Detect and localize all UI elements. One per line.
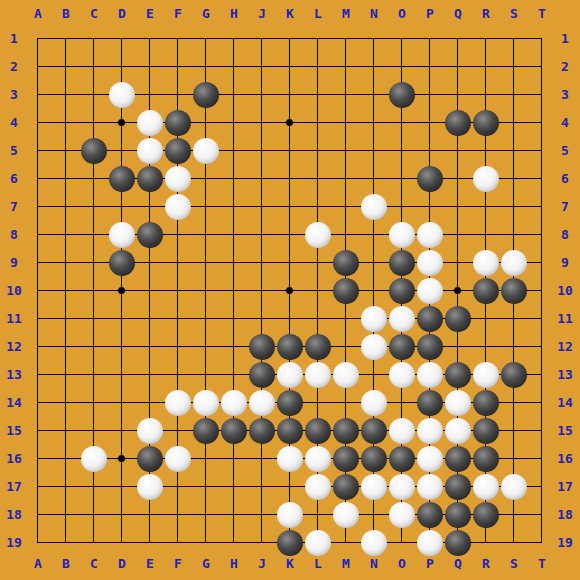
intersection-C5[interactable] bbox=[80, 137, 108, 165]
intersection-B13[interactable] bbox=[52, 361, 80, 389]
intersection-K14[interactable] bbox=[276, 389, 304, 417]
intersection-C16[interactable] bbox=[80, 445, 108, 473]
intersection-N7[interactable] bbox=[360, 193, 388, 221]
intersection-C6[interactable] bbox=[80, 165, 108, 193]
intersection-R9[interactable] bbox=[472, 249, 500, 277]
intersection-D15[interactable] bbox=[108, 417, 136, 445]
intersection-L7[interactable] bbox=[304, 193, 332, 221]
intersection-M3[interactable] bbox=[332, 81, 360, 109]
intersection-B10[interactable] bbox=[52, 277, 80, 305]
intersection-C11[interactable] bbox=[80, 305, 108, 333]
intersection-N8[interactable] bbox=[360, 221, 388, 249]
intersection-A14[interactable] bbox=[24, 389, 52, 417]
intersection-M15[interactable] bbox=[332, 417, 360, 445]
intersection-C8[interactable] bbox=[80, 221, 108, 249]
intersection-M14[interactable] bbox=[332, 389, 360, 417]
intersection-G7[interactable] bbox=[192, 193, 220, 221]
intersection-B1[interactable] bbox=[52, 25, 80, 53]
intersection-L2[interactable] bbox=[304, 53, 332, 81]
intersection-L14[interactable] bbox=[304, 389, 332, 417]
intersection-P10[interactable] bbox=[416, 277, 444, 305]
intersection-Q13[interactable] bbox=[444, 361, 472, 389]
intersection-Q11[interactable] bbox=[444, 305, 472, 333]
intersection-A2[interactable] bbox=[24, 53, 52, 81]
intersection-K15[interactable] bbox=[276, 417, 304, 445]
intersection-T2[interactable] bbox=[528, 53, 556, 81]
intersection-L15[interactable] bbox=[304, 417, 332, 445]
intersection-D18[interactable] bbox=[108, 501, 136, 529]
intersection-E5[interactable] bbox=[136, 137, 164, 165]
intersection-S15[interactable] bbox=[500, 417, 528, 445]
intersection-J14[interactable] bbox=[248, 389, 276, 417]
intersection-N11[interactable] bbox=[360, 305, 388, 333]
intersection-C7[interactable] bbox=[80, 193, 108, 221]
intersection-L1[interactable] bbox=[304, 25, 332, 53]
intersection-E17[interactable] bbox=[136, 473, 164, 501]
intersection-T13[interactable] bbox=[528, 361, 556, 389]
intersection-F15[interactable] bbox=[164, 417, 192, 445]
intersection-B2[interactable] bbox=[52, 53, 80, 81]
intersection-O9[interactable] bbox=[388, 249, 416, 277]
intersection-N12[interactable] bbox=[360, 333, 388, 361]
intersection-A1[interactable] bbox=[24, 25, 52, 53]
intersection-L4[interactable] bbox=[304, 109, 332, 137]
intersection-F12[interactable] bbox=[164, 333, 192, 361]
intersection-M6[interactable] bbox=[332, 165, 360, 193]
intersection-L10[interactable] bbox=[304, 277, 332, 305]
intersection-G3[interactable] bbox=[192, 81, 220, 109]
intersection-N10[interactable] bbox=[360, 277, 388, 305]
intersection-A6[interactable] bbox=[24, 165, 52, 193]
intersection-G18[interactable] bbox=[192, 501, 220, 529]
intersection-L16[interactable] bbox=[304, 445, 332, 473]
intersection-P12[interactable] bbox=[416, 333, 444, 361]
intersection-H7[interactable] bbox=[220, 193, 248, 221]
intersection-C3[interactable] bbox=[80, 81, 108, 109]
intersection-D12[interactable] bbox=[108, 333, 136, 361]
intersection-R4[interactable] bbox=[472, 109, 500, 137]
intersection-O17[interactable] bbox=[388, 473, 416, 501]
intersection-J7[interactable] bbox=[248, 193, 276, 221]
intersection-M5[interactable] bbox=[332, 137, 360, 165]
intersection-D3[interactable] bbox=[108, 81, 136, 109]
intersection-H11[interactable] bbox=[220, 305, 248, 333]
intersection-Q8[interactable] bbox=[444, 221, 472, 249]
intersection-R14[interactable] bbox=[472, 389, 500, 417]
intersection-P7[interactable] bbox=[416, 193, 444, 221]
intersection-T4[interactable] bbox=[528, 109, 556, 137]
intersection-E16[interactable] bbox=[136, 445, 164, 473]
intersection-G13[interactable] bbox=[192, 361, 220, 389]
intersection-B6[interactable] bbox=[52, 165, 80, 193]
intersection-A11[interactable] bbox=[24, 305, 52, 333]
intersection-D7[interactable] bbox=[108, 193, 136, 221]
intersection-C9[interactable] bbox=[80, 249, 108, 277]
intersection-E1[interactable] bbox=[136, 25, 164, 53]
intersection-O18[interactable] bbox=[388, 501, 416, 529]
intersection-A17[interactable] bbox=[24, 473, 52, 501]
intersection-T14[interactable] bbox=[528, 389, 556, 417]
intersection-O4[interactable] bbox=[388, 109, 416, 137]
intersection-R5[interactable] bbox=[472, 137, 500, 165]
intersection-H18[interactable] bbox=[220, 501, 248, 529]
intersection-A18[interactable] bbox=[24, 501, 52, 529]
intersection-K7[interactable] bbox=[276, 193, 304, 221]
intersection-O11[interactable] bbox=[388, 305, 416, 333]
intersection-F16[interactable] bbox=[164, 445, 192, 473]
intersection-A9[interactable] bbox=[24, 249, 52, 277]
intersection-L9[interactable] bbox=[304, 249, 332, 277]
intersection-M7[interactable] bbox=[332, 193, 360, 221]
intersection-F3[interactable] bbox=[164, 81, 192, 109]
intersection-H6[interactable] bbox=[220, 165, 248, 193]
intersection-A10[interactable] bbox=[24, 277, 52, 305]
intersection-O8[interactable] bbox=[388, 221, 416, 249]
intersection-Q1[interactable] bbox=[444, 25, 472, 53]
intersection-H8[interactable] bbox=[220, 221, 248, 249]
intersection-E8[interactable] bbox=[136, 221, 164, 249]
intersection-J6[interactable] bbox=[248, 165, 276, 193]
intersection-R3[interactable] bbox=[472, 81, 500, 109]
intersection-L8[interactable] bbox=[304, 221, 332, 249]
intersection-R6[interactable] bbox=[472, 165, 500, 193]
intersection-E15[interactable] bbox=[136, 417, 164, 445]
intersection-G15[interactable] bbox=[192, 417, 220, 445]
intersection-T10[interactable] bbox=[528, 277, 556, 305]
intersection-Q17[interactable] bbox=[444, 473, 472, 501]
intersection-L17[interactable] bbox=[304, 473, 332, 501]
intersection-S7[interactable] bbox=[500, 193, 528, 221]
intersection-M11[interactable] bbox=[332, 305, 360, 333]
intersection-E9[interactable] bbox=[136, 249, 164, 277]
intersection-S11[interactable] bbox=[500, 305, 528, 333]
intersection-T11[interactable] bbox=[528, 305, 556, 333]
intersection-J18[interactable] bbox=[248, 501, 276, 529]
intersection-S3[interactable] bbox=[500, 81, 528, 109]
intersection-K8[interactable] bbox=[276, 221, 304, 249]
intersection-F8[interactable] bbox=[164, 221, 192, 249]
intersection-D4[interactable] bbox=[108, 109, 136, 137]
intersection-R12[interactable] bbox=[472, 333, 500, 361]
intersection-N2[interactable] bbox=[360, 53, 388, 81]
intersection-G12[interactable] bbox=[192, 333, 220, 361]
intersection-S9[interactable] bbox=[500, 249, 528, 277]
intersection-J12[interactable] bbox=[248, 333, 276, 361]
intersection-H4[interactable] bbox=[220, 109, 248, 137]
intersection-L13[interactable] bbox=[304, 361, 332, 389]
intersection-F5[interactable] bbox=[164, 137, 192, 165]
intersection-O14[interactable] bbox=[388, 389, 416, 417]
intersection-C1[interactable] bbox=[80, 25, 108, 53]
intersection-M8[interactable] bbox=[332, 221, 360, 249]
intersection-Q16[interactable] bbox=[444, 445, 472, 473]
intersection-R13[interactable] bbox=[472, 361, 500, 389]
intersection-D9[interactable] bbox=[108, 249, 136, 277]
intersection-B8[interactable] bbox=[52, 221, 80, 249]
intersection-R2[interactable] bbox=[472, 53, 500, 81]
intersection-Q5[interactable] bbox=[444, 137, 472, 165]
intersection-J4[interactable] bbox=[248, 109, 276, 137]
intersection-C12[interactable] bbox=[80, 333, 108, 361]
intersection-F10[interactable] bbox=[164, 277, 192, 305]
intersection-F9[interactable] bbox=[164, 249, 192, 277]
intersection-H1[interactable] bbox=[220, 25, 248, 53]
intersection-Q3[interactable] bbox=[444, 81, 472, 109]
intersection-J9[interactable] bbox=[248, 249, 276, 277]
intersection-E2[interactable] bbox=[136, 53, 164, 81]
intersection-N14[interactable] bbox=[360, 389, 388, 417]
intersection-A16[interactable] bbox=[24, 445, 52, 473]
intersection-E3[interactable] bbox=[136, 81, 164, 109]
intersection-B12[interactable] bbox=[52, 333, 80, 361]
intersection-G1[interactable] bbox=[192, 25, 220, 53]
intersection-S17[interactable] bbox=[500, 473, 528, 501]
intersection-S5[interactable] bbox=[500, 137, 528, 165]
intersection-R18[interactable] bbox=[472, 501, 500, 529]
intersection-P8[interactable] bbox=[416, 221, 444, 249]
intersection-B17[interactable] bbox=[52, 473, 80, 501]
intersection-G16[interactable] bbox=[192, 445, 220, 473]
intersection-H14[interactable] bbox=[220, 389, 248, 417]
intersection-A5[interactable] bbox=[24, 137, 52, 165]
intersection-P4[interactable] bbox=[416, 109, 444, 137]
intersection-K17[interactable] bbox=[276, 473, 304, 501]
intersection-O3[interactable] bbox=[388, 81, 416, 109]
intersection-P1[interactable] bbox=[416, 25, 444, 53]
intersection-N1[interactable] bbox=[360, 25, 388, 53]
intersection-Q12[interactable] bbox=[444, 333, 472, 361]
intersection-G10[interactable] bbox=[192, 277, 220, 305]
intersection-G11[interactable] bbox=[192, 305, 220, 333]
intersection-S14[interactable] bbox=[500, 389, 528, 417]
intersection-O1[interactable] bbox=[388, 25, 416, 53]
intersection-E4[interactable] bbox=[136, 109, 164, 137]
intersection-P14[interactable] bbox=[416, 389, 444, 417]
intersection-J5[interactable] bbox=[248, 137, 276, 165]
intersection-B18[interactable] bbox=[52, 501, 80, 529]
intersection-E10[interactable] bbox=[136, 277, 164, 305]
intersection-B4[interactable] bbox=[52, 109, 80, 137]
intersection-T1[interactable] bbox=[528, 25, 556, 53]
intersection-Q18[interactable] bbox=[444, 501, 472, 529]
intersection-T7[interactable] bbox=[528, 193, 556, 221]
intersection-M18[interactable] bbox=[332, 501, 360, 529]
intersection-T8[interactable] bbox=[528, 221, 556, 249]
intersection-C17[interactable] bbox=[80, 473, 108, 501]
intersection-D5[interactable] bbox=[108, 137, 136, 165]
intersection-P11[interactable] bbox=[416, 305, 444, 333]
intersection-H12[interactable] bbox=[220, 333, 248, 361]
intersection-N3[interactable] bbox=[360, 81, 388, 109]
intersection-K1[interactable] bbox=[276, 25, 304, 53]
intersection-P9[interactable] bbox=[416, 249, 444, 277]
intersection-R1[interactable] bbox=[472, 25, 500, 53]
intersection-D8[interactable] bbox=[108, 221, 136, 249]
intersection-H15[interactable] bbox=[220, 417, 248, 445]
intersection-Q4[interactable] bbox=[444, 109, 472, 137]
intersection-D1[interactable] bbox=[108, 25, 136, 53]
intersection-N15[interactable] bbox=[360, 417, 388, 445]
intersection-K10[interactable] bbox=[276, 277, 304, 305]
intersection-A7[interactable] bbox=[24, 193, 52, 221]
intersection-K5[interactable] bbox=[276, 137, 304, 165]
intersection-E14[interactable] bbox=[136, 389, 164, 417]
intersection-D17[interactable] bbox=[108, 473, 136, 501]
intersection-A3[interactable] bbox=[24, 81, 52, 109]
intersection-P6[interactable] bbox=[416, 165, 444, 193]
intersection-P2[interactable] bbox=[416, 53, 444, 81]
intersection-M2[interactable] bbox=[332, 53, 360, 81]
intersection-K12[interactable] bbox=[276, 333, 304, 361]
intersection-F14[interactable] bbox=[164, 389, 192, 417]
intersection-N17[interactable] bbox=[360, 473, 388, 501]
intersection-M12[interactable] bbox=[332, 333, 360, 361]
intersection-T16[interactable] bbox=[528, 445, 556, 473]
intersection-L18[interactable] bbox=[304, 501, 332, 529]
intersection-N13[interactable] bbox=[360, 361, 388, 389]
intersection-O15[interactable] bbox=[388, 417, 416, 445]
intersection-L3[interactable] bbox=[304, 81, 332, 109]
intersection-O10[interactable] bbox=[388, 277, 416, 305]
intersection-E18[interactable] bbox=[136, 501, 164, 529]
intersection-O16[interactable] bbox=[388, 445, 416, 473]
intersection-D2[interactable] bbox=[108, 53, 136, 81]
intersection-E11[interactable] bbox=[136, 305, 164, 333]
intersection-D13[interactable] bbox=[108, 361, 136, 389]
intersection-F7[interactable] bbox=[164, 193, 192, 221]
intersection-N9[interactable] bbox=[360, 249, 388, 277]
intersection-S6[interactable] bbox=[500, 165, 528, 193]
intersection-C10[interactable] bbox=[80, 277, 108, 305]
intersection-D14[interactable] bbox=[108, 389, 136, 417]
intersection-S1[interactable] bbox=[500, 25, 528, 53]
intersection-S18[interactable] bbox=[500, 501, 528, 529]
intersection-P3[interactable] bbox=[416, 81, 444, 109]
intersection-S4[interactable] bbox=[500, 109, 528, 137]
intersection-N6[interactable] bbox=[360, 165, 388, 193]
intersection-J10[interactable] bbox=[248, 277, 276, 305]
intersection-P5[interactable] bbox=[416, 137, 444, 165]
intersection-S13[interactable] bbox=[500, 361, 528, 389]
intersection-K6[interactable] bbox=[276, 165, 304, 193]
intersection-R15[interactable] bbox=[472, 417, 500, 445]
intersection-M4[interactable] bbox=[332, 109, 360, 137]
intersection-B9[interactable] bbox=[52, 249, 80, 277]
intersection-G9[interactable] bbox=[192, 249, 220, 277]
intersection-S16[interactable] bbox=[500, 445, 528, 473]
intersection-K4[interactable] bbox=[276, 109, 304, 137]
intersection-J15[interactable] bbox=[248, 417, 276, 445]
intersection-S8[interactable] bbox=[500, 221, 528, 249]
intersection-C18[interactable] bbox=[80, 501, 108, 529]
intersection-T17[interactable] bbox=[528, 473, 556, 501]
intersection-D16[interactable] bbox=[108, 445, 136, 473]
intersection-G14[interactable] bbox=[192, 389, 220, 417]
intersection-E6[interactable] bbox=[136, 165, 164, 193]
intersection-R17[interactable] bbox=[472, 473, 500, 501]
intersection-G4[interactable] bbox=[192, 109, 220, 137]
intersection-N16[interactable] bbox=[360, 445, 388, 473]
intersection-K13[interactable] bbox=[276, 361, 304, 389]
intersection-B3[interactable] bbox=[52, 81, 80, 109]
intersection-K3[interactable] bbox=[276, 81, 304, 109]
intersection-Q9[interactable] bbox=[444, 249, 472, 277]
intersection-F11[interactable] bbox=[164, 305, 192, 333]
intersection-N4[interactable] bbox=[360, 109, 388, 137]
intersection-J2[interactable] bbox=[248, 53, 276, 81]
intersection-K18[interactable] bbox=[276, 501, 304, 529]
intersection-H3[interactable] bbox=[220, 81, 248, 109]
intersection-C4[interactable] bbox=[80, 109, 108, 137]
intersection-C14[interactable] bbox=[80, 389, 108, 417]
intersection-P17[interactable] bbox=[416, 473, 444, 501]
intersection-O6[interactable] bbox=[388, 165, 416, 193]
intersection-O2[interactable] bbox=[388, 53, 416, 81]
intersection-R16[interactable] bbox=[472, 445, 500, 473]
intersection-C13[interactable] bbox=[80, 361, 108, 389]
intersection-T3[interactable] bbox=[528, 81, 556, 109]
intersection-R10[interactable] bbox=[472, 277, 500, 305]
intersection-L6[interactable] bbox=[304, 165, 332, 193]
intersection-O12[interactable] bbox=[388, 333, 416, 361]
intersection-D11[interactable] bbox=[108, 305, 136, 333]
intersection-L12[interactable] bbox=[304, 333, 332, 361]
intersection-K11[interactable] bbox=[276, 305, 304, 333]
intersection-M1[interactable] bbox=[332, 25, 360, 53]
intersection-F1[interactable] bbox=[164, 25, 192, 53]
intersection-P15[interactable] bbox=[416, 417, 444, 445]
intersection-R8[interactable] bbox=[472, 221, 500, 249]
intersection-E7[interactable] bbox=[136, 193, 164, 221]
intersection-Q7[interactable] bbox=[444, 193, 472, 221]
intersection-Q2[interactable] bbox=[444, 53, 472, 81]
intersection-L11[interactable] bbox=[304, 305, 332, 333]
intersection-J16[interactable] bbox=[248, 445, 276, 473]
intersection-N18[interactable] bbox=[360, 501, 388, 529]
intersection-A13[interactable] bbox=[24, 361, 52, 389]
intersection-A12[interactable] bbox=[24, 333, 52, 361]
intersection-B5[interactable] bbox=[52, 137, 80, 165]
intersection-K2[interactable] bbox=[276, 53, 304, 81]
intersection-H9[interactable] bbox=[220, 249, 248, 277]
intersection-P16[interactable] bbox=[416, 445, 444, 473]
intersection-B15[interactable] bbox=[52, 417, 80, 445]
intersection-K9[interactable] bbox=[276, 249, 304, 277]
intersection-J11[interactable] bbox=[248, 305, 276, 333]
intersection-T9[interactable] bbox=[528, 249, 556, 277]
intersection-T5[interactable] bbox=[528, 137, 556, 165]
intersection-M16[interactable] bbox=[332, 445, 360, 473]
intersection-F6[interactable] bbox=[164, 165, 192, 193]
intersection-K16[interactable] bbox=[276, 445, 304, 473]
intersection-B16[interactable] bbox=[52, 445, 80, 473]
intersection-S12[interactable] bbox=[500, 333, 528, 361]
intersection-H2[interactable] bbox=[220, 53, 248, 81]
intersection-J3[interactable] bbox=[248, 81, 276, 109]
intersection-P18[interactable] bbox=[416, 501, 444, 529]
intersection-J1[interactable] bbox=[248, 25, 276, 53]
intersection-A8[interactable] bbox=[24, 221, 52, 249]
intersection-A4[interactable] bbox=[24, 109, 52, 137]
intersection-G8[interactable] bbox=[192, 221, 220, 249]
intersection-G17[interactable] bbox=[192, 473, 220, 501]
intersection-S2[interactable] bbox=[500, 53, 528, 81]
intersection-H16[interactable] bbox=[220, 445, 248, 473]
intersection-G2[interactable] bbox=[192, 53, 220, 81]
intersection-B11[interactable] bbox=[52, 305, 80, 333]
intersection-D6[interactable] bbox=[108, 165, 136, 193]
intersection-T15[interactable] bbox=[528, 417, 556, 445]
